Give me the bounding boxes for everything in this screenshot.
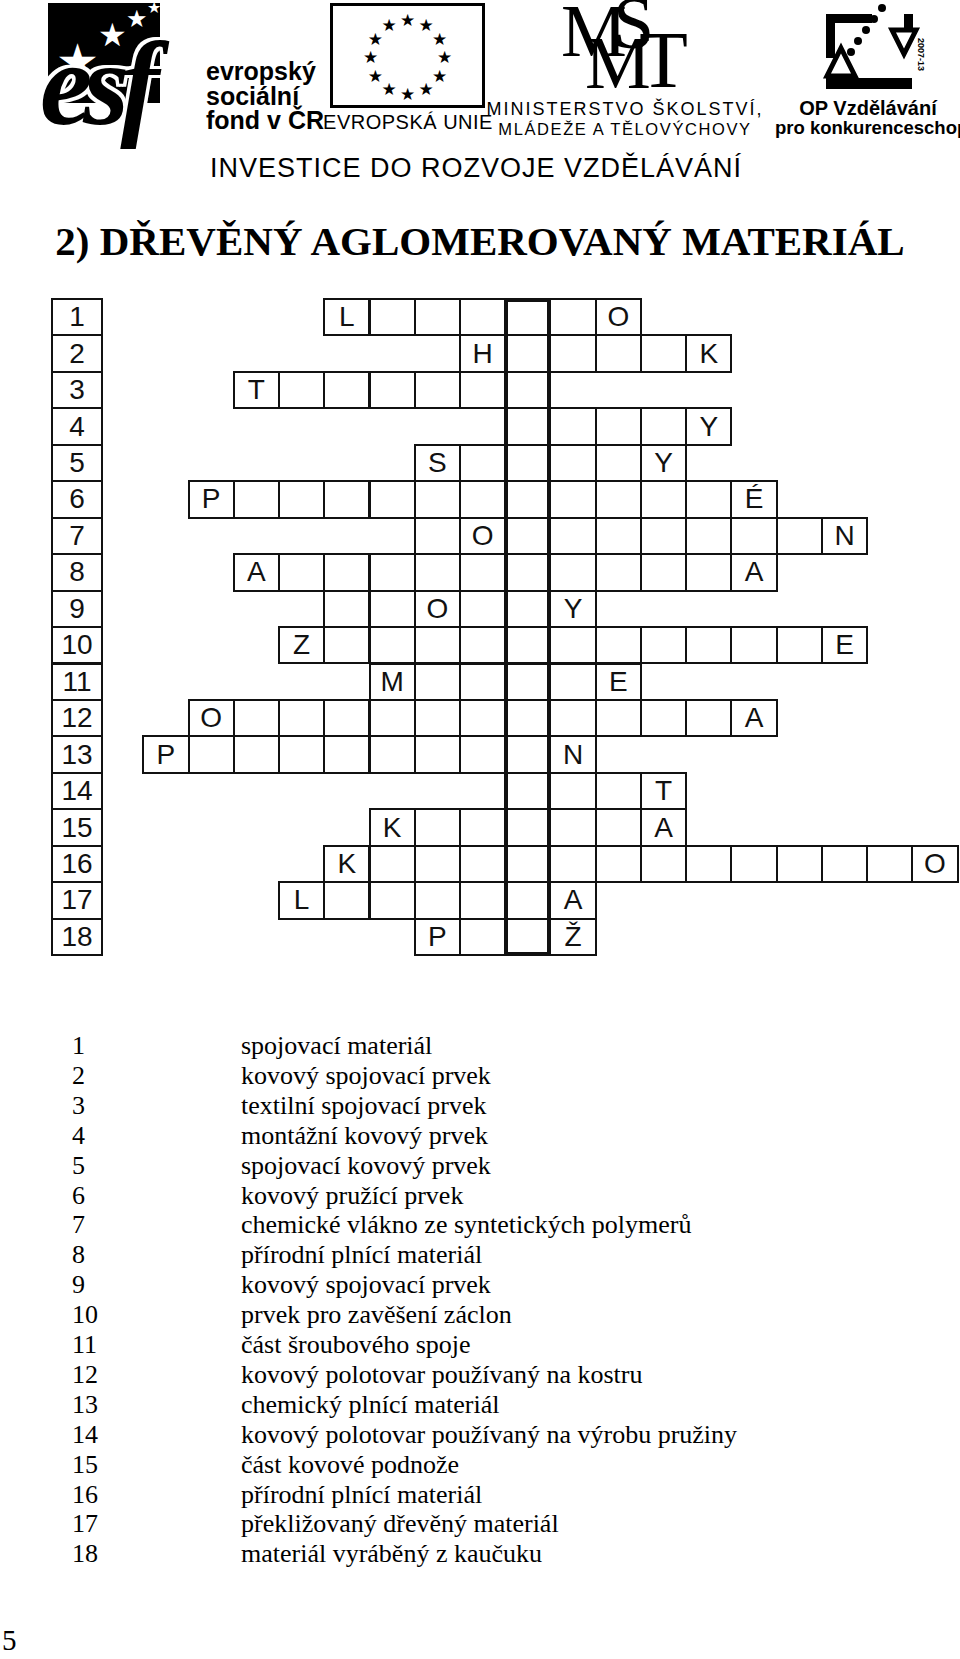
clue-line-2: 2kovový spojovací prvek <box>0 1061 960 1091</box>
clue-line-5: 5spojovací kovový prvek <box>0 1151 960 1181</box>
clue-line-15: 15část kovové podnože <box>0 1450 960 1480</box>
clue-number: 16 <box>72 1480 98 1510</box>
clue-line-1: 1spojovací materiál <box>0 1031 960 1061</box>
clue-list: 1spojovací materiál2kovový spojovací prv… <box>0 0 960 1659</box>
clue-number: 8 <box>72 1240 85 1270</box>
clue-text: kovový spojovací prvek <box>241 1061 491 1091</box>
clue-text: překližovaný dřevěný materiál <box>241 1509 559 1539</box>
clue-line-16: 16přírodní plnící materiál <box>0 1480 960 1510</box>
clue-text: kovový polotovar používaný na výrobu pru… <box>241 1420 737 1450</box>
clue-text: část kovové podnože <box>241 1450 459 1480</box>
clue-line-7: 7chemické vlákno ze syntetických polymer… <box>0 1210 960 1240</box>
clue-text: chemický plnící materiál <box>241 1390 499 1420</box>
clue-number: 12 <box>72 1360 98 1390</box>
clue-number: 1 <box>72 1031 85 1061</box>
clue-text: přírodní plnící materiál <box>241 1480 482 1510</box>
worksheet-page: ★ ★ ★ ★ esf evropský sociální fond v ČR … <box>0 0 960 1659</box>
clue-line-6: 6kovový pružící prvek <box>0 1181 960 1211</box>
clue-line-10: 10prvek pro zavěšení záclon <box>0 1300 960 1330</box>
clue-line-14: 14kovový polotovar používaný na výrobu p… <box>0 1420 960 1450</box>
clue-number: 7 <box>72 1210 85 1240</box>
clue-number: 17 <box>72 1509 98 1539</box>
clue-number: 4 <box>72 1121 85 1151</box>
clue-text: spojovací materiál <box>241 1031 432 1061</box>
clue-number: 2 <box>72 1061 85 1091</box>
clue-text: přírodní plnící materiál <box>241 1240 482 1270</box>
clue-text: montážní kovový prvek <box>241 1121 488 1151</box>
clue-line-12: 12kovový polotovar používaný na kostru <box>0 1360 960 1390</box>
clue-text: materiál vyráběný z kaučuku <box>241 1539 542 1569</box>
clue-number: 15 <box>72 1450 98 1480</box>
page-number: 5 <box>2 1624 17 1657</box>
clue-number: 14 <box>72 1420 98 1450</box>
clue-number: 3 <box>72 1091 85 1121</box>
clue-text: chemické vlákno ze syntetických polymerů <box>241 1210 692 1240</box>
clue-number: 6 <box>72 1181 85 1211</box>
clue-text: textilní spojovací prvek <box>241 1091 487 1121</box>
clue-number: 18 <box>72 1539 98 1569</box>
clue-line-17: 17překližovaný dřevěný materiál <box>0 1509 960 1539</box>
clue-text: prvek pro zavěšení záclon <box>241 1300 512 1330</box>
clue-text: část šroubového spoje <box>241 1330 471 1360</box>
clue-number: 9 <box>72 1270 85 1300</box>
clue-line-13: 13chemický plnící materiál <box>0 1390 960 1420</box>
clue-text: spojovací kovový prvek <box>241 1151 491 1181</box>
clue-line-18: 18materiál vyráběný z kaučuku <box>0 1539 960 1569</box>
clue-line-11: 11část šroubového spoje <box>0 1330 960 1360</box>
clue-number: 13 <box>72 1390 98 1420</box>
clue-line-3: 3textilní spojovací prvek <box>0 1091 960 1121</box>
clue-line-9: 9kovový spojovací prvek <box>0 1270 960 1300</box>
clue-text: kovový pružící prvek <box>241 1181 463 1211</box>
clue-text: kovový polotovar používaný na kostru <box>241 1360 643 1390</box>
clue-text: kovový spojovací prvek <box>241 1270 491 1300</box>
clue-line-8: 8přírodní plnící materiál <box>0 1240 960 1270</box>
clue-number: 10 <box>72 1300 98 1330</box>
clue-number: 11 <box>72 1330 97 1360</box>
clue-line-4: 4montážní kovový prvek <box>0 1121 960 1151</box>
clue-number: 5 <box>72 1151 85 1181</box>
